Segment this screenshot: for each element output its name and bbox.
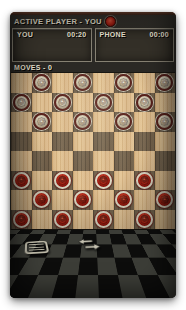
board-square[interactable] bbox=[114, 210, 135, 230]
piece-ornament: ❁ bbox=[17, 175, 25, 185]
board-square[interactable]: ❁ bbox=[52, 171, 73, 191]
player-timer: 00:00 bbox=[150, 31, 169, 38]
board-square[interactable] bbox=[32, 93, 53, 113]
board-square[interactable]: ❁ bbox=[11, 93, 32, 113]
board-square[interactable] bbox=[11, 73, 32, 93]
white-piece[interactable]: ❁ bbox=[74, 113, 91, 130]
white-piece[interactable]: ❁ bbox=[115, 113, 132, 130]
board-square[interactable] bbox=[93, 73, 114, 93]
piece-ornament: ❁ bbox=[79, 195, 87, 205]
board-square[interactable]: ❁ bbox=[93, 171, 114, 191]
board-square[interactable]: ❁ bbox=[52, 93, 73, 113]
red-piece[interactable]: ❁ bbox=[13, 172, 30, 189]
board-square[interactable] bbox=[114, 93, 135, 113]
board-square[interactable]: ❁ bbox=[134, 93, 155, 113]
board-square[interactable] bbox=[155, 151, 176, 171]
board-square[interactable] bbox=[155, 171, 176, 191]
red-piece[interactable]: ❁ bbox=[156, 191, 173, 208]
player-name: PHONE bbox=[100, 31, 126, 38]
piece-ornament: ❁ bbox=[140, 97, 148, 107]
board-square[interactable] bbox=[73, 151, 94, 171]
board-square[interactable]: ❁ bbox=[134, 171, 155, 191]
board-square[interactable] bbox=[114, 151, 135, 171]
piece-ornament: ❁ bbox=[161, 78, 169, 88]
checkers-app-window: ACTIVE PLAYER - YOU YOU 00:20 PHONE 00:0… bbox=[10, 12, 176, 298]
player-name: YOU bbox=[17, 31, 33, 38]
board-square[interactable] bbox=[93, 112, 114, 132]
red-piece[interactable]: ❁ bbox=[54, 211, 71, 228]
board-square[interactable] bbox=[32, 171, 53, 191]
piece-ornament: ❁ bbox=[79, 117, 87, 127]
board-square[interactable] bbox=[11, 132, 32, 152]
white-piece[interactable]: ❁ bbox=[156, 74, 173, 91]
board-square[interactable] bbox=[73, 132, 94, 152]
board-square[interactable]: ❁ bbox=[73, 190, 94, 210]
white-piece[interactable]: ❁ bbox=[33, 113, 50, 130]
board-square[interactable]: ❁ bbox=[134, 210, 155, 230]
board-square[interactable] bbox=[114, 132, 135, 152]
piece-ornament: ❁ bbox=[120, 117, 128, 127]
piece-ornament: ❁ bbox=[99, 214, 107, 224]
red-checker-icon bbox=[105, 16, 116, 27]
board-square[interactable] bbox=[155, 93, 176, 113]
player-panel-phone: PHONE 00:00 bbox=[95, 28, 175, 62]
board-square[interactable] bbox=[52, 151, 73, 171]
board-square[interactable] bbox=[32, 132, 53, 152]
piece-ornament: ❁ bbox=[140, 175, 148, 185]
piece-ornament: ❁ bbox=[38, 195, 46, 205]
piece-ornament: ❁ bbox=[120, 78, 128, 88]
board-square[interactable]: ❁ bbox=[114, 190, 135, 210]
red-piece[interactable]: ❁ bbox=[54, 172, 71, 189]
piece-ornament: ❁ bbox=[38, 117, 46, 127]
red-piece[interactable]: ❁ bbox=[33, 191, 50, 208]
board-square[interactable] bbox=[93, 151, 114, 171]
piece-ornament: ❁ bbox=[99, 97, 107, 107]
board-square[interactable] bbox=[73, 171, 94, 191]
board-square[interactable]: ❁ bbox=[11, 210, 32, 230]
piece-ornament: ❁ bbox=[140, 214, 148, 224]
board-square[interactable] bbox=[52, 112, 73, 132]
board-square[interactable] bbox=[134, 132, 155, 152]
red-piece[interactable]: ❁ bbox=[74, 191, 91, 208]
board-square[interactable]: ❁ bbox=[52, 210, 73, 230]
red-piece[interactable]: ❁ bbox=[13, 211, 30, 228]
white-piece[interactable]: ❁ bbox=[13, 94, 30, 111]
player-timer: 00:20 bbox=[67, 31, 86, 38]
board-square[interactable]: ❁ bbox=[11, 171, 32, 191]
white-piece[interactable]: ❁ bbox=[95, 94, 112, 111]
piece-ornament: ❁ bbox=[17, 97, 25, 107]
piece-ornament: ❁ bbox=[99, 175, 107, 185]
board-square[interactable] bbox=[155, 210, 176, 230]
piece-ornament: ❁ bbox=[120, 195, 128, 205]
board-square[interactable]: ❁ bbox=[32, 73, 53, 93]
board-square[interactable] bbox=[73, 210, 94, 230]
piece-ornament: ❁ bbox=[79, 78, 87, 88]
board-square[interactable] bbox=[134, 151, 155, 171]
board-square[interactable] bbox=[52, 73, 73, 93]
board-square[interactable]: ❁ bbox=[114, 112, 135, 132]
white-piece[interactable]: ❁ bbox=[74, 74, 91, 91]
board-square[interactable] bbox=[11, 190, 32, 210]
checkers-board: ❁❁❁❁❁❁❁❁❁❁❁❁❁❁❁❁❁❁❁❁❁❁❁❁ bbox=[11, 72, 175, 230]
red-piece[interactable]: ❁ bbox=[115, 191, 132, 208]
player-panel-you: YOU 00:20 bbox=[12, 28, 92, 62]
red-piece[interactable]: ❁ bbox=[136, 211, 153, 228]
board-square[interactable] bbox=[52, 132, 73, 152]
red-piece[interactable]: ❁ bbox=[136, 172, 153, 189]
board-square[interactable]: ❁ bbox=[32, 112, 53, 132]
piece-ornament: ❁ bbox=[161, 195, 169, 205]
board-square[interactable]: ❁ bbox=[155, 190, 176, 210]
white-piece[interactable]: ❁ bbox=[136, 94, 153, 111]
board-square[interactable]: ❁ bbox=[93, 210, 114, 230]
floor-area bbox=[10, 230, 176, 298]
red-piece[interactable]: ❁ bbox=[95, 211, 112, 228]
active-player-label: ACTIVE PLAYER - YOU bbox=[14, 17, 102, 26]
piece-ornament: ❁ bbox=[58, 214, 66, 224]
board-square[interactable]: ❁ bbox=[32, 190, 53, 210]
white-piece[interactable]: ❁ bbox=[115, 74, 132, 91]
red-piece[interactable]: ❁ bbox=[95, 172, 112, 189]
player-panels: YOU 00:20 PHONE 00:00 bbox=[10, 28, 176, 62]
board-square[interactable] bbox=[32, 151, 53, 171]
board-square[interactable] bbox=[155, 132, 176, 152]
white-piece[interactable]: ❁ bbox=[156, 113, 173, 130]
board-square[interactable] bbox=[73, 93, 94, 113]
moves-bar: MOVES - 0 bbox=[10, 62, 176, 72]
white-piece[interactable]: ❁ bbox=[54, 94, 71, 111]
board-square[interactable] bbox=[134, 112, 155, 132]
piece-ornament: ❁ bbox=[58, 97, 66, 107]
board-square[interactable] bbox=[134, 73, 155, 93]
board-square[interactable] bbox=[114, 171, 135, 191]
board-square[interactable]: ❁ bbox=[114, 73, 135, 93]
board-square[interactable] bbox=[11, 151, 32, 171]
piece-ornament: ❁ bbox=[17, 214, 25, 224]
board-square[interactable] bbox=[134, 190, 155, 210]
moves-counter: MOVES - 0 bbox=[14, 64, 52, 71]
board-square[interactable]: ❁ bbox=[155, 73, 176, 93]
swap-turn-icon[interactable] bbox=[75, 238, 104, 255]
swap-arrows-glyph bbox=[76, 238, 104, 252]
white-piece[interactable]: ❁ bbox=[33, 74, 50, 91]
board-square[interactable] bbox=[93, 132, 114, 152]
active-player-bar: ACTIVE PLAYER - YOU bbox=[10, 15, 176, 28]
piece-ornament: ❁ bbox=[38, 78, 46, 88]
piece-ornament: ❁ bbox=[58, 175, 66, 185]
board-square[interactable]: ❁ bbox=[93, 93, 114, 113]
board-square[interactable]: ❁ bbox=[73, 73, 94, 93]
board-square[interactable] bbox=[32, 210, 53, 230]
menu-icon[interactable] bbox=[25, 241, 50, 255]
board-square[interactable] bbox=[52, 190, 73, 210]
board-square[interactable] bbox=[93, 190, 114, 210]
board-square[interactable]: ❁ bbox=[155, 112, 176, 132]
board-square[interactable]: ❁ bbox=[73, 112, 94, 132]
board-square[interactable] bbox=[11, 112, 32, 132]
piece-ornament: ❁ bbox=[161, 117, 169, 127]
